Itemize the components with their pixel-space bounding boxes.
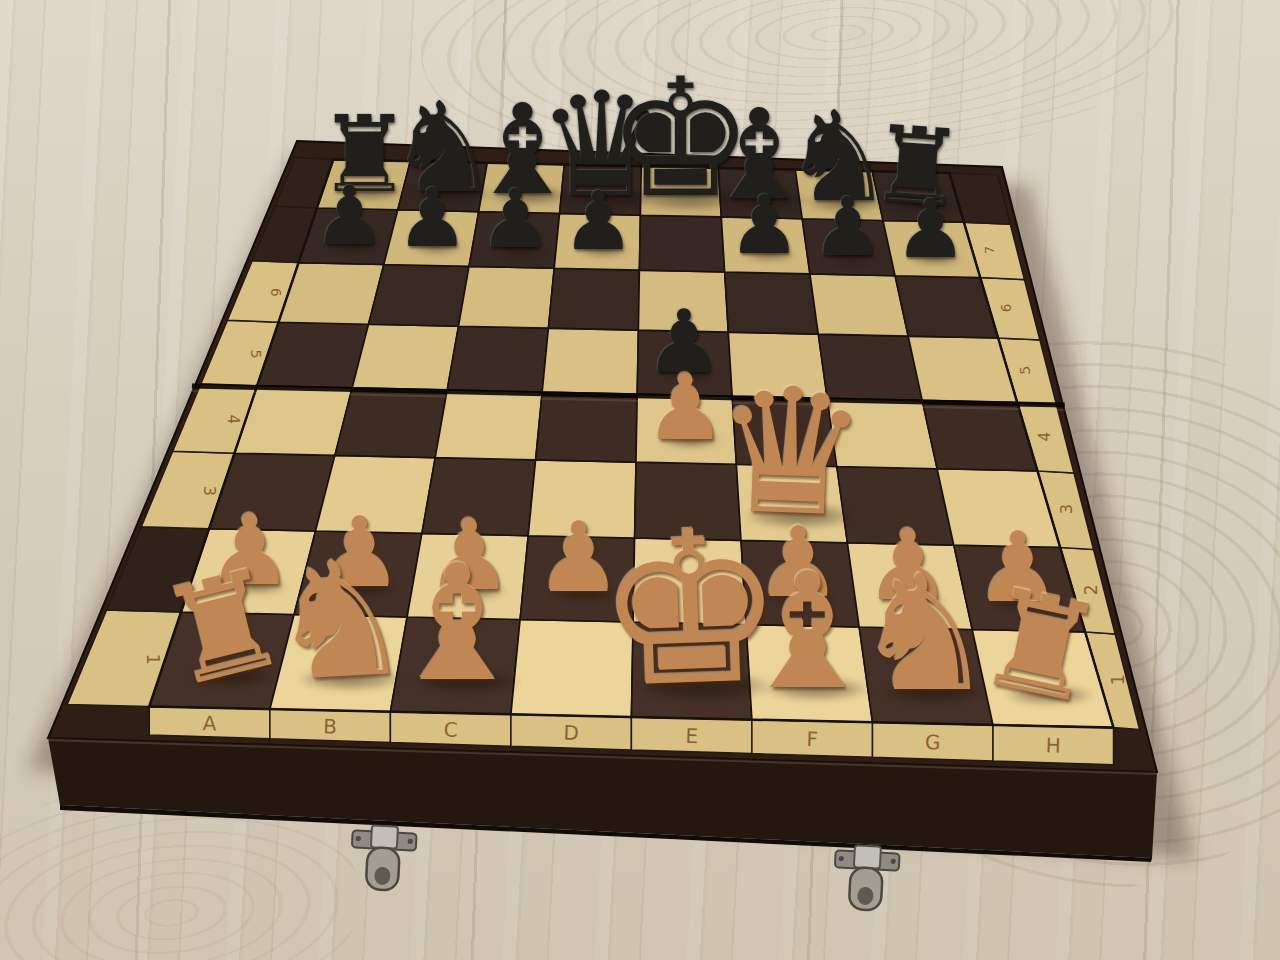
file-label-b: B bbox=[323, 714, 338, 738]
right-rank-label-5: 5 bbox=[1017, 366, 1033, 375]
square-g6[interactable] bbox=[810, 274, 908, 336]
hinge-left bbox=[350, 824, 417, 891]
square-d6[interactable] bbox=[548, 268, 639, 330]
right-rank-label-1: 1 bbox=[1107, 674, 1128, 685]
file-label-g: G bbox=[925, 730, 941, 755]
piece-black-pawn-h7[interactable]: ♟ bbox=[894, 189, 967, 270]
right-rank-label-4: 4 bbox=[1036, 432, 1054, 442]
square-c4[interactable] bbox=[435, 390, 542, 460]
square-b4[interactable] bbox=[335, 388, 447, 458]
square-d4[interactable] bbox=[536, 392, 638, 462]
hinge-right bbox=[833, 844, 900, 911]
file-label-d: D bbox=[563, 721, 579, 745]
piece-white-bishop-c1[interactable]: ♝ bbox=[385, 544, 528, 704]
file-label-f: F bbox=[806, 727, 818, 751]
file-label-a: A bbox=[202, 711, 217, 735]
left-rank-label-6: 6 bbox=[268, 288, 284, 297]
right-rank-label-7: 7 bbox=[982, 246, 997, 254]
square-b6[interactable] bbox=[369, 265, 470, 327]
square-c6[interactable] bbox=[459, 266, 555, 328]
piece-black-pawn-d7[interactable]: ♟ bbox=[562, 181, 635, 262]
hinge-tab bbox=[854, 845, 881, 868]
left-rank-label-5: 5 bbox=[248, 349, 264, 358]
left-rank-label-4: 4 bbox=[224, 415, 242, 425]
piece-black-pawn-c7[interactable]: ♟ bbox=[479, 179, 552, 260]
right-rank-label-6: 6 bbox=[998, 304, 1014, 313]
piece-black-pawn-f7[interactable]: ♟ bbox=[728, 185, 801, 266]
square-d5[interactable] bbox=[542, 328, 638, 394]
square-f6[interactable] bbox=[725, 272, 819, 334]
scene: ABCDEFGH134561234567 ♜♞♝♛♚♝♞♜♟♟♟♟♟♟♟♟♟♛♟… bbox=[0, 0, 1280, 960]
file-label-c: C bbox=[443, 717, 458, 741]
square-b5[interactable] bbox=[352, 324, 458, 390]
piece-black-pawn-b7[interactable]: ♟ bbox=[396, 178, 469, 259]
square-c5[interactable] bbox=[447, 326, 548, 392]
file-label-h: H bbox=[1045, 733, 1061, 757]
piece-black-pawn-a7[interactable]: ♟ bbox=[313, 176, 386, 257]
left-rank-label-1: 1 bbox=[143, 653, 164, 664]
piece-black-pawn-g7[interactable]: ♟ bbox=[811, 187, 884, 268]
hinge-tab bbox=[371, 825, 398, 848]
